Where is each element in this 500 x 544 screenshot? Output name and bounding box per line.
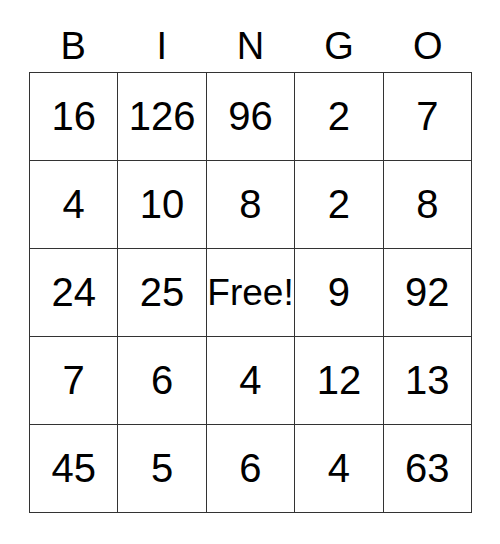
bingo-cell-r1c2[interactable]: 8 <box>207 161 295 249</box>
bingo-cell-r0c1[interactable]: 126 <box>118 73 206 161</box>
column-letter-b: B <box>29 0 118 72</box>
bingo-cell-r2c3[interactable]: 9 <box>295 249 383 337</box>
bingo-cell-r3c1[interactable]: 6 <box>118 337 206 425</box>
bingo-cell-r2c1[interactable]: 25 <box>118 249 206 337</box>
bingo-cell-r4c0[interactable]: 45 <box>30 425 118 513</box>
bingo-cell-r0c2[interactable]: 96 <box>207 73 295 161</box>
bingo-cell-r1c4[interactable]: 8 <box>384 161 472 249</box>
bingo-cell-r0c4[interactable]: 7 <box>384 73 472 161</box>
bingo-cell-r3c3[interactable]: 12 <box>295 337 383 425</box>
bingo-cell-r1c1[interactable]: 10 <box>118 161 206 249</box>
bingo-cell-r1c3[interactable]: 2 <box>295 161 383 249</box>
bingo-cell-r0c3[interactable]: 2 <box>295 73 383 161</box>
column-letter-o: O <box>383 0 472 72</box>
bingo-cell-r4c4[interactable]: 63 <box>384 425 472 513</box>
bingo-cell-r3c2[interactable]: 4 <box>207 337 295 425</box>
bingo-board: 1612696274108282425Free!9927641213455646… <box>29 72 472 513</box>
bingo-cell-r0c0[interactable]: 16 <box>30 73 118 161</box>
bingo-cell-r1c0[interactable]: 4 <box>30 161 118 249</box>
bingo-cell-r4c1[interactable]: 5 <box>118 425 206 513</box>
bingo-cell-r4c3[interactable]: 4 <box>295 425 383 513</box>
bingo-cell-r4c2[interactable]: 6 <box>207 425 295 513</box>
bingo-free-cell[interactable]: Free! <box>207 249 295 337</box>
bingo-cell-r3c0[interactable]: 7 <box>30 337 118 425</box>
bingo-card: BINGO 1612696274108282425Free!9927641213… <box>29 0 472 513</box>
bingo-cell-r2c4[interactable]: 92 <box>384 249 472 337</box>
column-letter-i: I <box>118 0 207 72</box>
bingo-header-row: BINGO <box>29 0 472 72</box>
column-letter-n: N <box>206 0 295 72</box>
bingo-cell-r2c0[interactable]: 24 <box>30 249 118 337</box>
column-letter-g: G <box>295 0 384 72</box>
bingo-cell-r3c4[interactable]: 13 <box>384 337 472 425</box>
